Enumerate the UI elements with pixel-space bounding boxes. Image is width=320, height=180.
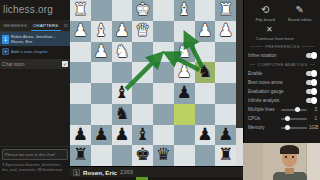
- square-h4[interactable]: [70, 62, 91, 83]
- square-b3[interactable]: [195, 42, 216, 63]
- square-a7[interactable]: ♟: [215, 125, 236, 146]
- square-a2[interactable]: ♟: [215, 21, 236, 42]
- square-c6[interactable]: [174, 104, 195, 125]
- slider-memory[interactable]: [281, 127, 307, 129]
- square-a4[interactable]: [215, 62, 236, 83]
- black-p-piece-g7: ♟: [91, 125, 112, 146]
- black-p-piece-b7: ♟: [195, 125, 216, 146]
- sidebar: lichess.org MEMBERS CHAPTERS ≡ 1 Rubin A…: [0, 0, 70, 180]
- square-f5[interactable]: ♝: [112, 83, 133, 104]
- square-c5[interactable]: ♟: [174, 83, 195, 104]
- chat-messages: [0, 69, 70, 147]
- chapter-item[interactable]: 1 Rubin Akiva, Jonathan – Rosen, Eric: [0, 32, 70, 46]
- black-p-piece-a7: ♟: [215, 125, 236, 146]
- white-q-piece-e2: ♛: [132, 21, 153, 42]
- square-e2[interactable]: ♛: [132, 21, 153, 42]
- white-b-piece-g2: ♝: [91, 21, 112, 42]
- square-f6[interactable]: ♞: [112, 104, 133, 125]
- square-e8[interactable]: ♚: [132, 145, 153, 166]
- toggle-evaluation-gauge[interactable]: [306, 89, 317, 95]
- slider-row-multiple-lines: Multiple lines3: [248, 105, 317, 114]
- square-f3[interactable]: ♞: [112, 42, 133, 63]
- square-d3[interactable]: [153, 42, 174, 63]
- toggle-row-inline-notation: Inline notation: [248, 51, 317, 60]
- white-p-piece-f2: ♟: [112, 21, 133, 42]
- white-p-piece-h2: ♟: [70, 21, 91, 42]
- toggle-enable[interactable]: [306, 71, 317, 77]
- chapter-number-icon: 1: [2, 35, 9, 44]
- slider-value: 1: [309, 116, 317, 121]
- square-b7[interactable]: ♟: [195, 125, 216, 146]
- board-editor-button[interactable]: ✎ Board editor: [283, 3, 317, 22]
- square-h2[interactable]: ♟: [70, 21, 91, 42]
- square-e6[interactable]: [132, 104, 153, 125]
- square-e5[interactable]: [132, 83, 153, 104]
- square-h6[interactable]: [70, 104, 91, 125]
- black-n-piece-b4: ♞: [195, 62, 216, 83]
- white-r-piece-h1: ♜: [70, 0, 91, 21]
- black-q-piece-d8: ♛: [153, 145, 174, 166]
- flip-board-icon: ⟲: [261, 3, 269, 16]
- square-a6[interactable]: [215, 104, 236, 125]
- square-h3[interactable]: [70, 42, 91, 63]
- toggle-row-enable: Enable: [248, 69, 317, 78]
- square-g2[interactable]: ♝: [91, 21, 112, 42]
- square-g4[interactable]: [91, 62, 112, 83]
- slider-value: 1GB: [309, 125, 317, 130]
- slider-cpus[interactable]: [281, 118, 307, 120]
- square-g5[interactable]: [91, 83, 112, 104]
- board-marker: 1: [73, 169, 80, 176]
- preferences-header: PREFERENCES: [248, 44, 317, 49]
- square-c4[interactable]: ♟: [174, 62, 195, 83]
- square-b2[interactable]: ♟: [195, 21, 216, 42]
- tab-members[interactable]: MEMBERS: [0, 20, 31, 31]
- player-name[interactable]: Rosen, Eric: [83, 169, 117, 176]
- white-r-piece-a1: ♜: [215, 0, 236, 21]
- toggle-inline-notation[interactable]: [306, 53, 317, 59]
- square-f2[interactable]: ♟: [112, 21, 133, 42]
- toggle-infinite-analysis[interactable]: [306, 98, 317, 104]
- square-b4[interactable]: ♞: [195, 62, 216, 83]
- tab-chapters[interactable]: CHAPTERS: [31, 20, 62, 31]
- square-a8[interactable]: ♜: [215, 145, 236, 166]
- white-n-piece-f3: ♞: [112, 42, 133, 63]
- black-k-piece-e8: ♚: [132, 145, 153, 166]
- black-b-piece-e7: ♝: [132, 125, 153, 146]
- square-c2[interactable]: [174, 21, 195, 42]
- close-icon: ✕: [266, 25, 273, 34]
- square-d2[interactable]: [153, 21, 174, 42]
- white-k-piece-e1: ♚: [132, 0, 153, 21]
- square-d8[interactable]: ♛: [153, 145, 174, 166]
- streamer-webcam: [243, 143, 320, 180]
- square-b5[interactable]: [195, 83, 216, 104]
- white-p-piece-a2: ♟: [215, 21, 236, 42]
- square-d5[interactable]: [153, 83, 174, 104]
- square-e7[interactable]: ♝: [132, 125, 153, 146]
- square-g1[interactable]: [91, 0, 112, 21]
- square-d6[interactable]: [153, 104, 174, 125]
- evaluation-gauge: [236, 0, 243, 166]
- black-r-piece-a8: ♜: [215, 145, 236, 166]
- toggle-row-infinite-analysis: Infinite analysis: [248, 96, 317, 105]
- square-c1[interactable]: ♝: [174, 0, 195, 21]
- square-g6[interactable]: [91, 104, 112, 125]
- door-frame: [306, 143, 320, 180]
- square-c7[interactable]: [174, 125, 195, 146]
- spectators-list: 3 Spectators bluester_blusterher, the_re…: [0, 160, 70, 172]
- chat-header: Chat room ✓: [0, 59, 70, 69]
- slider-multiple-lines[interactable]: [281, 109, 307, 111]
- square-f4[interactable]: [112, 62, 133, 83]
- flip-board-button[interactable]: ⟲ Flip board: [248, 3, 282, 22]
- square-e1[interactable]: ♚: [132, 0, 153, 21]
- square-b6[interactable]: [195, 104, 216, 125]
- square-g3[interactable]: ♟: [91, 42, 112, 63]
- chat-input[interactable]: Please be nice in the chat!: [2, 149, 68, 160]
- lichess-logo[interactable]: lichess.org: [0, 0, 70, 20]
- square-b1[interactable]: [195, 0, 216, 21]
- square-e3[interactable]: [132, 42, 153, 63]
- chat-toggle-checkbox[interactable]: ✓: [62, 61, 68, 67]
- evaluation-gauge-white-share: [236, 128, 243, 166]
- square-e4[interactable]: [132, 62, 153, 83]
- menu-icon[interactable]: ≡: [61, 20, 70, 31]
- square-d4[interactable]: [153, 62, 174, 83]
- square-d7[interactable]: [153, 125, 174, 146]
- black-p-piece-h7: ♟: [70, 125, 91, 146]
- square-d1[interactable]: [153, 0, 174, 21]
- square-f8[interactable]: [112, 145, 133, 166]
- slider-row-memory: Memory1GB: [248, 123, 317, 132]
- chess-board: ♜♚♝♜♟♝♟♛♟♟♟♞♞♟♞♝♟♞♟♟♟♝♟♟♜♚♛♜: [70, 0, 236, 166]
- lichess-study-screen: lichess.org MEMBERS CHAPTERS ≡ 1 Rubin A…: [0, 0, 320, 180]
- white-p-piece-b2: ♟: [195, 21, 216, 42]
- square-f1[interactable]: [112, 0, 133, 21]
- plus-icon: +: [2, 48, 9, 55]
- computer-analysis-header: COMPUTER ANALYSIS: [248, 62, 317, 67]
- white-p-piece-c4: ♟: [174, 62, 195, 83]
- add-chapter-button[interactable]: + Add a new chapter: [0, 46, 70, 57]
- slider-value: 3: [309, 107, 317, 112]
- black-n-piece-f6: ♞: [112, 104, 133, 125]
- square-h7[interactable]: ♟: [70, 125, 91, 146]
- slider-row-cpus: CPUs1: [248, 114, 317, 123]
- chapter-title: Rubin Akiva, Jonathan – Rosen, Eric: [11, 34, 56, 44]
- player-bar: 1 Rosen, Eric 2369: [70, 166, 243, 177]
- white-p-piece-g3: ♟: [91, 42, 112, 63]
- square-a1[interactable]: ♜: [215, 0, 236, 21]
- continue-from-here-button[interactable]: ✕ Continue from here: [256, 25, 317, 41]
- player-rating: 2369: [120, 169, 133, 175]
- black-b-piece-f5: ♝: [112, 83, 133, 104]
- toggle-row-best-move-arrow: Best move arrow: [248, 78, 317, 87]
- square-f7[interactable]: ♟: [112, 125, 133, 146]
- black-r-piece-h8: ♜: [70, 145, 91, 166]
- square-g8[interactable]: [91, 145, 112, 166]
- square-c8[interactable]: [174, 145, 195, 166]
- square-h1[interactable]: ♜: [70, 0, 91, 21]
- square-h8[interactable]: ♜: [70, 145, 91, 166]
- white-b-piece-c1: ♝: [174, 0, 195, 21]
- square-a3[interactable]: [215, 42, 236, 63]
- white-n-piece-c3: ♞: [174, 42, 195, 63]
- toggle-row-evaluation-gauge: Evaluation gauge: [248, 87, 317, 96]
- toggle-best-move-arrow[interactable]: [306, 80, 317, 86]
- pencil-icon: ✎: [296, 3, 304, 16]
- square-c3[interactable]: ♞: [174, 42, 195, 63]
- square-g7[interactable]: ♟: [91, 125, 112, 146]
- square-b8[interactable]: [195, 145, 216, 166]
- progress-marker: [136, 177, 148, 180]
- black-p-piece-f7: ♟: [112, 125, 133, 146]
- black-p-piece-c5: ♟: [174, 83, 195, 104]
- square-h5[interactable]: [70, 83, 91, 104]
- square-a5[interactable]: [215, 83, 236, 104]
- study-tabs: MEMBERS CHAPTERS ≡: [0, 20, 70, 32]
